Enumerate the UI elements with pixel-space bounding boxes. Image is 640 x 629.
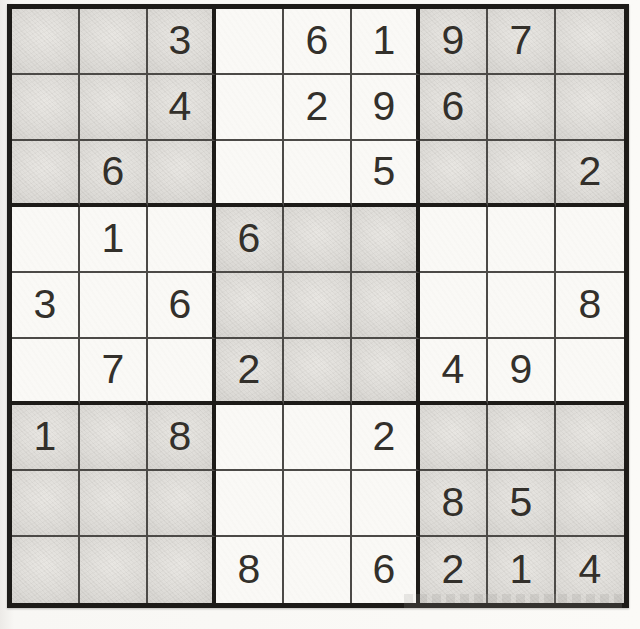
cell-r2c7: 6 [420, 75, 488, 141]
cell-r6c8: 9 [488, 339, 556, 405]
cell-r9c7: 2 [420, 537, 488, 603]
cell-r6c6[interactable] [352, 339, 420, 405]
given-digit: 2 [238, 349, 261, 390]
cell-r4c8[interactable] [488, 207, 556, 273]
cell-r2c4[interactable] [216, 75, 284, 141]
cell-r5c1: 3 [12, 273, 80, 339]
cell-r6c5[interactable] [284, 339, 352, 405]
cell-r4c1[interactable] [12, 207, 80, 273]
given-digit: 1 [34, 416, 57, 457]
given-digit: 4 [442, 349, 465, 390]
cell-r3c8[interactable] [488, 141, 556, 207]
scanned-page-background: 3619742966521636872491828586214 [0, 0, 640, 629]
cell-r8c2[interactable] [80, 471, 148, 537]
given-digit: 6 [306, 20, 329, 61]
cell-r9c6: 6 [352, 537, 420, 603]
cell-r7c9[interactable] [556, 405, 624, 471]
given-digit: 8 [169, 416, 192, 457]
given-digit: 6 [238, 218, 261, 259]
cell-r5c2[interactable] [80, 273, 148, 339]
given-digit: 7 [510, 20, 533, 61]
cell-r4c4: 6 [216, 207, 284, 273]
cell-r9c4: 8 [216, 537, 284, 603]
cell-r9c9: 4 [556, 537, 624, 603]
cell-r5c9: 8 [556, 273, 624, 339]
given-digit: 8 [442, 482, 465, 523]
given-digit: 8 [238, 549, 261, 590]
given-digit: 3 [169, 20, 192, 61]
given-digit: 6 [102, 151, 125, 192]
cell-r1c2[interactable] [80, 9, 148, 75]
cell-r5c3: 6 [148, 273, 216, 339]
cell-r3c9: 2 [556, 141, 624, 207]
cell-r7c3: 8 [148, 405, 216, 471]
cell-r4c5[interactable] [284, 207, 352, 273]
cell-r9c1[interactable] [12, 537, 80, 603]
cell-r1c3: 3 [148, 9, 216, 75]
cell-r1c8: 7 [488, 9, 556, 75]
given-digit: 1 [373, 20, 396, 61]
cell-r5c4[interactable] [216, 273, 284, 339]
given-digit: 2 [442, 549, 465, 590]
cell-r4c3[interactable] [148, 207, 216, 273]
given-digit: 6 [169, 284, 192, 325]
cell-r5c5[interactable] [284, 273, 352, 339]
cell-r2c9[interactable] [556, 75, 624, 141]
cell-r8c4[interactable] [216, 471, 284, 537]
cell-r5c7[interactable] [420, 273, 488, 339]
cell-r3c7[interactable] [420, 141, 488, 207]
cell-r8c5[interactable] [284, 471, 352, 537]
cell-r6c2: 7 [80, 339, 148, 405]
cell-r8c8: 5 [488, 471, 556, 537]
cell-r3c4[interactable] [216, 141, 284, 207]
cell-r7c8[interactable] [488, 405, 556, 471]
cell-r7c7[interactable] [420, 405, 488, 471]
cell-r1c7: 9 [420, 9, 488, 75]
cell-r4c6[interactable] [352, 207, 420, 273]
cell-r6c7: 4 [420, 339, 488, 405]
cell-r9c5[interactable] [284, 537, 352, 603]
given-digit: 9 [510, 349, 533, 390]
given-digit: 5 [510, 482, 533, 523]
cell-r7c1: 1 [12, 405, 80, 471]
cell-r8c7: 8 [420, 471, 488, 537]
cell-r5c8[interactable] [488, 273, 556, 339]
given-digit: 8 [579, 284, 602, 325]
cell-r3c1[interactable] [12, 141, 80, 207]
cell-r9c3[interactable] [148, 537, 216, 603]
given-digit: 1 [510, 549, 533, 590]
cell-r4c2: 1 [80, 207, 148, 273]
cell-r6c4: 2 [216, 339, 284, 405]
cell-r9c2[interactable] [80, 537, 148, 603]
given-digit: 4 [169, 86, 192, 127]
given-digit: 1 [102, 218, 125, 259]
given-digit: 3 [34, 284, 57, 325]
cell-r7c6: 2 [352, 405, 420, 471]
cell-r4c7[interactable] [420, 207, 488, 273]
given-digit: 6 [373, 549, 396, 590]
cell-r1c9[interactable] [556, 9, 624, 75]
cell-r2c6: 9 [352, 75, 420, 141]
cell-r1c1[interactable] [12, 9, 80, 75]
cell-r1c5: 6 [284, 9, 352, 75]
cell-r8c3[interactable] [148, 471, 216, 537]
cell-r7c4[interactable] [216, 405, 284, 471]
given-digit: 7 [102, 349, 125, 390]
cell-r2c8[interactable] [488, 75, 556, 141]
cell-r1c6: 1 [352, 9, 420, 75]
cell-r5c6[interactable] [352, 273, 420, 339]
given-digit: 2 [373, 416, 396, 457]
cell-r3c3[interactable] [148, 141, 216, 207]
cell-r7c5[interactable] [284, 405, 352, 471]
cell-r8c9[interactable] [556, 471, 624, 537]
cell-r3c2: 6 [80, 141, 148, 207]
cell-r6c3[interactable] [148, 339, 216, 405]
cell-r1c4[interactable] [216, 9, 284, 75]
given-digit: 2 [579, 151, 602, 192]
cell-r9c8: 1 [488, 537, 556, 603]
cell-r8c1[interactable] [12, 471, 80, 537]
cell-r6c1[interactable] [12, 339, 80, 405]
cell-r3c6: 5 [352, 141, 420, 207]
cell-r2c1[interactable] [12, 75, 80, 141]
sudoku-board: 3619742966521636872491828586214 [7, 4, 629, 608]
given-digit: 9 [442, 20, 465, 61]
cell-r7c2[interactable] [80, 405, 148, 471]
cell-r2c2[interactable] [80, 75, 148, 141]
cell-r6c9[interactable] [556, 339, 624, 405]
given-digit: 9 [373, 86, 396, 127]
cell-r2c5: 2 [284, 75, 352, 141]
given-digit: 5 [373, 151, 396, 192]
given-digit: 6 [442, 86, 465, 127]
cell-r4c9[interactable] [556, 207, 624, 273]
cell-r8c6[interactable] [352, 471, 420, 537]
given-digit: 4 [579, 549, 602, 590]
given-digit: 2 [306, 86, 329, 127]
cell-r2c3: 4 [148, 75, 216, 141]
cell-r3c5[interactable] [284, 141, 352, 207]
